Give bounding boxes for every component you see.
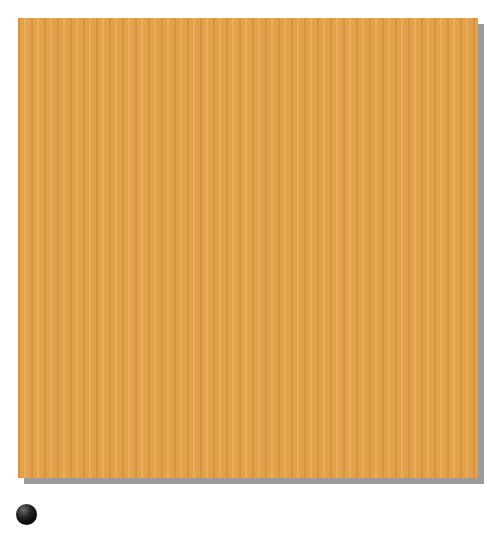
go-board[interactable] [18,18,478,478]
go-diagram [0,0,500,537]
caption-move-stone [16,504,37,525]
move-caption [16,502,44,526]
